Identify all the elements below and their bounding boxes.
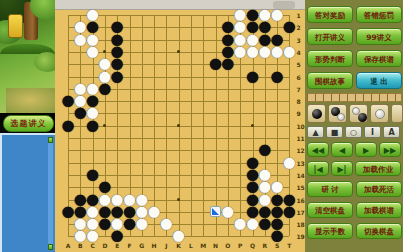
black-stone[interactable]: ● [98,82,112,96]
column-label: D [100,242,110,249]
clear-board-button[interactable]: 清空棋盘 [307,202,353,218]
black-stone[interactable]: ● [246,70,260,84]
column-label: T [284,242,294,249]
column-label: G [137,242,147,249]
white-stone[interactable]: ● [282,156,296,170]
star-point [177,124,180,127]
chat-scrollbar[interactable] [48,137,53,250]
white-black-tool[interactable] [349,104,368,123]
extra-tool[interactable] [391,104,403,123]
scroll-down-button[interactable] [48,244,53,250]
star-point [103,50,106,53]
jump-start-button[interactable]: |◀ [307,161,329,176]
panel-button-2[interactable]: 答错惩罚 [356,6,402,23]
show-move-numbers-button[interactable]: 显示手数 [307,223,353,239]
panel-button-8[interactable]: 退 出 [356,72,402,89]
panel-button-5[interactable]: 形势判断 [307,50,353,67]
board-area: ●●●●●●●●●●●●●●●●●●●●●●●●●●●●●●●●●●●●●●●●… [55,0,305,252]
column-label: M [198,242,208,249]
lobby-scene-illustration [0,0,55,113]
column-label: Q [248,242,258,249]
yellow-sign-icon[interactable] [8,14,23,38]
column-label: O [223,242,233,249]
marker-tool-I[interactable]: I [364,126,381,138]
black-stone[interactable]: ● [270,229,284,243]
go-app-window: 选题讲义 ●●●●●●●●●●●●●●●●●●●●●●●●●●●●●●●●●●●… [0,0,403,252]
grid-line [216,15,217,236]
blue-triangle-icon [212,208,219,215]
panel-button-3[interactable]: 打开讲义 [307,28,353,45]
column-label: P [235,242,245,249]
white-stone[interactable]: ● [135,217,149,231]
white-stone[interactable]: ● [86,229,100,243]
nav-rewind-button[interactable]: ◀◀ [307,142,329,157]
star-point [177,50,180,53]
marker-tool-■[interactable]: ■ [326,126,343,138]
control-panel: 答对奖励答错惩罚打开讲义99讲义形势判断保存棋谱围棋故事退 出▲■○IA◀◀◀▶… [305,0,403,252]
grid-line [68,138,289,139]
go-board[interactable]: ●●●●●●●●●●●●●●●●●●●●●●●●●●●●●●●●●●●●●●●●… [55,10,305,252]
black-stone[interactable]: ● [110,229,124,243]
ruler-graphic [306,93,402,102]
black-stone[interactable]: ● [270,70,284,84]
star-point [103,124,106,127]
column-label: A [63,242,73,249]
panel-button-4[interactable]: 99讲义 [356,28,402,45]
black-stone[interactable]: ● [61,119,75,133]
black-stone-icon [358,113,367,122]
grid-line [203,15,204,236]
switch-board-button[interactable]: 切换棋盘 [356,223,402,239]
load-tsumego-button[interactable]: 加载死活 [356,181,402,197]
marker-tool-A[interactable]: A [383,126,400,138]
white-stone-icon [337,113,345,121]
black-stone[interactable]: ● [221,57,235,71]
column-label: L [186,242,196,249]
column-label: H [149,242,159,249]
black-stone-tool[interactable] [307,104,326,123]
blue-move-marker [210,206,221,217]
column-label: N [211,242,221,249]
nav-fast-forward-button[interactable]: ▶▶ [379,142,401,157]
white-stone[interactable]: ● [282,45,296,59]
column-label: J [161,242,171,249]
discuss-button[interactable]: 研 讨 [307,181,353,197]
white-stone[interactable]: ● [172,229,186,243]
scroll-up-button[interactable] [48,137,53,143]
panel-button-1[interactable]: 答对奖励 [307,6,353,23]
black-stone[interactable]: ● [110,70,124,84]
black-stone[interactable]: ● [282,20,296,34]
path [6,88,55,113]
grid-line [68,150,289,151]
column-label: K [174,242,184,249]
white-stone-tool[interactable] [370,104,389,123]
white-stone-icon [375,109,385,119]
star-point [251,124,254,127]
column-label: E [112,242,122,249]
panel-button-6[interactable]: 保存棋谱 [356,50,402,67]
black-stone[interactable]: ● [86,119,100,133]
foliage-blob [34,52,55,72]
column-label: R [260,242,270,249]
marker-tool-▲[interactable]: ▲ [307,126,324,138]
nav-back-button[interactable]: ◀ [331,142,353,157]
column-label: C [88,242,98,249]
sidebar: 选题讲义 [0,0,55,252]
grid-line [191,15,192,236]
black-stone[interactable]: ● [258,143,272,157]
select-lecture-button[interactable]: 选题讲义 [3,115,54,132]
column-label: B [75,242,85,249]
load-kifu-button[interactable]: 加载棋谱 [356,202,402,218]
black-stone-icon [312,109,322,119]
jump-end-button[interactable]: ▶| [331,161,353,176]
black-stone[interactable]: ● [282,205,296,219]
column-label: F [125,242,135,249]
panel-button-7[interactable]: 围棋故事 [307,72,353,89]
black-white-tool[interactable] [328,104,347,123]
nav-forward-button[interactable]: ▶ [355,142,377,157]
marker-tool-○[interactable]: ○ [345,126,362,138]
star-point [177,198,180,201]
chat-panel[interactable] [0,133,55,252]
load-homework-button[interactable]: 加载作业 [355,161,401,176]
column-label: S [272,242,282,249]
